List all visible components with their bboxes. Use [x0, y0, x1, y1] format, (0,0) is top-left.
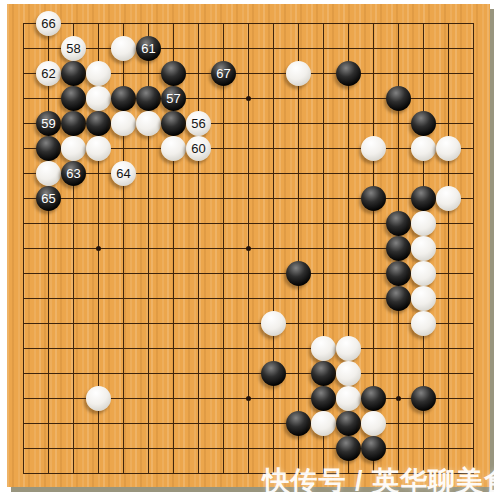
stone-black — [386, 286, 411, 311]
stone-white — [411, 236, 436, 261]
stone-black: 61 — [136, 36, 161, 61]
stone-white: 66 — [36, 11, 61, 36]
move-number-label: 56 — [191, 117, 205, 130]
move-number-label: 64 — [116, 167, 130, 180]
grid-line-horizontal — [23, 373, 474, 374]
move-number-label: 66 — [41, 17, 55, 30]
stone-white — [411, 311, 436, 336]
stone-white — [86, 61, 111, 86]
stone-black: 57 — [161, 86, 186, 111]
stone-black — [161, 111, 186, 136]
stone-black — [311, 361, 336, 386]
screenshot-root: 665861626757595660636465 快传号 / 英华聊美食 — [0, 0, 500, 500]
stone-white — [86, 386, 111, 411]
stone-white — [436, 186, 461, 211]
star-point — [96, 246, 101, 251]
stone-black — [361, 386, 386, 411]
stone-white — [286, 61, 311, 86]
stone-white — [36, 161, 61, 186]
grid-line-vertical — [298, 23, 299, 474]
stone-white — [411, 286, 436, 311]
grid-line-vertical — [273, 23, 274, 474]
stone-black — [286, 261, 311, 286]
grid-line-horizontal — [23, 323, 474, 324]
stone-white — [411, 136, 436, 161]
stone-white — [261, 311, 286, 336]
grid-line-horizontal — [23, 448, 474, 449]
stone-black — [386, 86, 411, 111]
stone-black — [411, 186, 436, 211]
stone-white — [61, 136, 86, 161]
stone-black — [161, 61, 186, 86]
stone-white: 58 — [61, 36, 86, 61]
stone-white — [361, 136, 386, 161]
move-number-label: 60 — [191, 142, 205, 155]
stone-black — [111, 86, 136, 111]
move-number-label: 58 — [66, 42, 80, 55]
stone-black — [336, 411, 361, 436]
stone-white: 62 — [36, 61, 61, 86]
stone-black — [61, 61, 86, 86]
stone-black — [86, 111, 111, 136]
stone-white — [336, 336, 361, 361]
star-point — [246, 396, 251, 401]
stone-black — [36, 136, 61, 161]
stone-white — [311, 411, 336, 436]
stone-black: 67 — [211, 61, 236, 86]
watermark-text: 快传号 / 英华聊美食 — [262, 463, 500, 499]
stone-black — [336, 436, 361, 461]
stone-white — [111, 111, 136, 136]
move-number-label: 62 — [41, 67, 55, 80]
stone-white — [111, 36, 136, 61]
stone-white: 60 — [186, 136, 211, 161]
stone-black: 59 — [36, 111, 61, 136]
stone-black — [311, 386, 336, 411]
stone-black — [386, 236, 411, 261]
move-number-label: 65 — [41, 192, 55, 205]
stone-white — [336, 386, 361, 411]
stone-white — [411, 211, 436, 236]
stone-black — [411, 111, 436, 136]
move-number-label: 59 — [41, 117, 55, 130]
grid-line-horizontal — [23, 348, 474, 349]
stone-black — [361, 186, 386, 211]
stone-white — [411, 261, 436, 286]
stone-black — [361, 436, 386, 461]
stone-black — [386, 211, 411, 236]
stone-black — [411, 386, 436, 411]
move-number-label: 67 — [216, 67, 230, 80]
move-number-label: 61 — [141, 42, 155, 55]
stone-black — [261, 361, 286, 386]
stone-black — [61, 111, 86, 136]
stone-white: 64 — [111, 161, 136, 186]
stone-white — [136, 111, 161, 136]
stone-white — [86, 136, 111, 161]
move-number-label: 57 — [166, 92, 180, 105]
stone-white: 56 — [186, 111, 211, 136]
stone-white — [336, 361, 361, 386]
go-board: 665861626757595660636465 — [7, 4, 490, 487]
stone-white — [436, 136, 461, 161]
stone-black: 63 — [61, 161, 86, 186]
grid-line-vertical — [448, 23, 449, 474]
stone-white — [161, 136, 186, 161]
move-number-label: 63 — [66, 167, 80, 180]
star-point — [246, 246, 251, 251]
stone-white — [311, 336, 336, 361]
stone-black — [61, 86, 86, 111]
star-point — [246, 96, 251, 101]
stone-black — [136, 86, 161, 111]
stone-black: 65 — [36, 186, 61, 211]
stone-black — [386, 261, 411, 286]
star-point — [396, 396, 401, 401]
stone-black — [336, 61, 361, 86]
stone-white — [86, 86, 111, 111]
grid-line-vertical — [473, 23, 474, 474]
stone-black — [286, 411, 311, 436]
grid-line-horizontal — [23, 423, 474, 424]
stone-white — [361, 411, 386, 436]
